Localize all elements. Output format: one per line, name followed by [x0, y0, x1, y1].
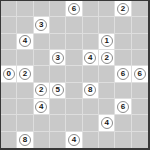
clue-cell-r4c8: 6	[132, 66, 148, 82]
clue-number: 2	[39, 86, 43, 94]
board-cell-r3c4[interactable]	[66, 50, 82, 66]
clue-cell-r5c2: 2	[34, 83, 50, 99]
board-cell-r3c1[interactable]	[17, 50, 33, 66]
board-cell-r7c4[interactable]	[66, 115, 82, 131]
board-cell-r4c6[interactable]	[99, 66, 115, 82]
board-cell-r0c3[interactable]	[50, 1, 66, 17]
board-cell-r7c2[interactable]	[34, 115, 50, 131]
board-cell-r5c8[interactable]	[132, 83, 148, 99]
board-cell-r7c0[interactable]	[1, 115, 17, 131]
clue-circle: 6	[134, 68, 146, 80]
clue-cell-r5c5: 8	[83, 83, 99, 99]
board-cell-r2c5[interactable]	[83, 34, 99, 50]
clue-number: 4	[39, 103, 43, 111]
board-cell-r4c5[interactable]	[83, 66, 99, 82]
board-cell-r0c8[interactable]	[132, 1, 148, 17]
board-cell-r7c7[interactable]	[115, 115, 131, 131]
clue-circle: 3	[52, 52, 64, 64]
clue-number: 8	[88, 86, 92, 94]
board-cell-r8c0[interactable]	[1, 132, 17, 148]
clue-circle: 6	[117, 101, 129, 113]
clue-number: 6	[138, 70, 142, 78]
board-cell-r6c8[interactable]	[132, 99, 148, 115]
board-cell-r1c0[interactable]	[1, 17, 17, 33]
board-cell-r1c3[interactable]	[50, 17, 66, 33]
clue-number: 2	[23, 70, 27, 78]
clue-circle: 2	[117, 3, 129, 15]
clue-cell-r4c0: 0	[1, 66, 17, 82]
clue-circle: 4	[35, 101, 47, 113]
board-cell-r3c0[interactable]	[1, 50, 17, 66]
clue-circle: 4	[68, 134, 80, 146]
board-cell-r7c3[interactable]	[50, 115, 66, 131]
clue-circle: 1	[101, 35, 113, 47]
clue-number: 5	[55, 86, 59, 94]
clue-number: 2	[104, 54, 108, 62]
board-cell-r3c8[interactable]	[132, 50, 148, 66]
clue-cell-r7c6: 4	[99, 115, 115, 131]
clue-circle: 4	[19, 35, 31, 47]
clue-cell-r1c2: 3	[34, 17, 50, 33]
clue-circle: 0	[3, 68, 15, 80]
board-cell-r0c1[interactable]	[17, 1, 33, 17]
board-cell-r6c3[interactable]	[50, 99, 66, 115]
board-cell-r5c6[interactable]	[99, 83, 115, 99]
puzzle-board: 62341342026625846484	[0, 0, 150, 150]
board-cell-r2c7[interactable]	[115, 34, 131, 50]
board-cell-r3c7[interactable]	[115, 50, 131, 66]
clue-number: 1	[104, 37, 108, 45]
board-cell-r1c4[interactable]	[66, 17, 82, 33]
clue-cell-r0c4: 6	[66, 1, 82, 17]
board-cell-r8c5[interactable]	[83, 132, 99, 148]
board-cell-r1c8[interactable]	[132, 17, 148, 33]
board-cell-r1c5[interactable]	[83, 17, 99, 33]
clue-cell-r3c5: 4	[83, 50, 99, 66]
clue-circle: 4	[84, 52, 96, 64]
clue-cell-r6c7: 6	[115, 99, 131, 115]
clue-cell-r8c1: 8	[17, 132, 33, 148]
clue-circle: 2	[19, 68, 31, 80]
clue-circle: 3	[35, 19, 47, 31]
clue-cell-r6c2: 4	[34, 99, 50, 115]
board-cell-r8c6[interactable]	[99, 132, 115, 148]
board-cell-r0c5[interactable]	[83, 1, 99, 17]
clue-number: 4	[72, 136, 76, 144]
board-cell-r0c0[interactable]	[1, 1, 17, 17]
clue-number: 6	[121, 70, 125, 78]
board-cell-r7c8[interactable]	[132, 115, 148, 131]
board-cell-r0c2[interactable]	[34, 1, 50, 17]
board-cell-r4c2[interactable]	[34, 66, 50, 82]
board-cell-r3c2[interactable]	[34, 50, 50, 66]
board-cell-r8c8[interactable]	[132, 132, 148, 148]
clue-circle: 2	[101, 52, 113, 64]
board-cell-r6c6[interactable]	[99, 99, 115, 115]
board-cell-r8c3[interactable]	[50, 132, 66, 148]
board-cell-r0c6[interactable]	[99, 1, 115, 17]
board-cell-r1c7[interactable]	[115, 17, 131, 33]
board-cell-r4c4[interactable]	[66, 66, 82, 82]
clue-number: 4	[23, 37, 27, 45]
clue-number: 4	[88, 54, 92, 62]
clue-number: 6	[121, 103, 125, 111]
clue-number: 6	[72, 5, 76, 13]
board-cell-r2c0[interactable]	[1, 34, 17, 50]
board-cell-r2c4[interactable]	[66, 34, 82, 50]
board-cell-r2c3[interactable]	[50, 34, 66, 50]
clue-circle: 2	[35, 84, 47, 96]
board-cell-r7c1[interactable]	[17, 115, 33, 131]
board-cell-r6c0[interactable]	[1, 99, 17, 115]
board-cell-r7c5[interactable]	[83, 115, 99, 131]
clue-cell-r4c1: 2	[17, 66, 33, 82]
clue-number: 3	[39, 21, 43, 29]
clue-circle: 5	[52, 84, 64, 96]
board-cell-r4c3[interactable]	[50, 66, 66, 82]
clue-circle: 4	[101, 117, 113, 129]
board-cell-r2c8[interactable]	[132, 34, 148, 50]
clue-cell-r2c6: 1	[99, 34, 115, 50]
board-cell-r6c4[interactable]	[66, 99, 82, 115]
board-cell-r5c1[interactable]	[17, 83, 33, 99]
board-cell-r1c1[interactable]	[17, 17, 33, 33]
board-cell-r5c0[interactable]	[1, 83, 17, 99]
clue-number: 4	[104, 119, 108, 127]
clue-circle: 8	[19, 134, 31, 146]
board-cell-r5c7[interactable]	[115, 83, 131, 99]
clue-cell-r5c3: 5	[50, 83, 66, 99]
clue-cell-r3c3: 3	[50, 50, 66, 66]
board-cell-r8c2[interactable]	[34, 132, 50, 148]
clue-number: 3	[55, 54, 59, 62]
board-cell-r1c6[interactable]	[99, 17, 115, 33]
board-cell-r2c2[interactable]	[34, 34, 50, 50]
clue-circle: 6	[68, 3, 80, 15]
clue-number: 8	[23, 136, 27, 144]
clue-cell-r3c6: 2	[99, 50, 115, 66]
board-cell-r8c7[interactable]	[115, 132, 131, 148]
board-cell-r6c1[interactable]	[17, 99, 33, 115]
clue-circle: 8	[84, 84, 96, 96]
clue-circle: 6	[117, 68, 129, 80]
clue-number: 2	[121, 5, 125, 13]
clue-cell-r4c7: 6	[115, 66, 131, 82]
clue-cell-r8c4: 4	[66, 132, 82, 148]
clue-number: 0	[6, 70, 10, 78]
board-cell-r5c4[interactable]	[66, 83, 82, 99]
clue-cell-r2c1: 4	[17, 34, 33, 50]
clue-cell-r0c7: 2	[115, 1, 131, 17]
board-cell-r6c5[interactable]	[83, 99, 99, 115]
